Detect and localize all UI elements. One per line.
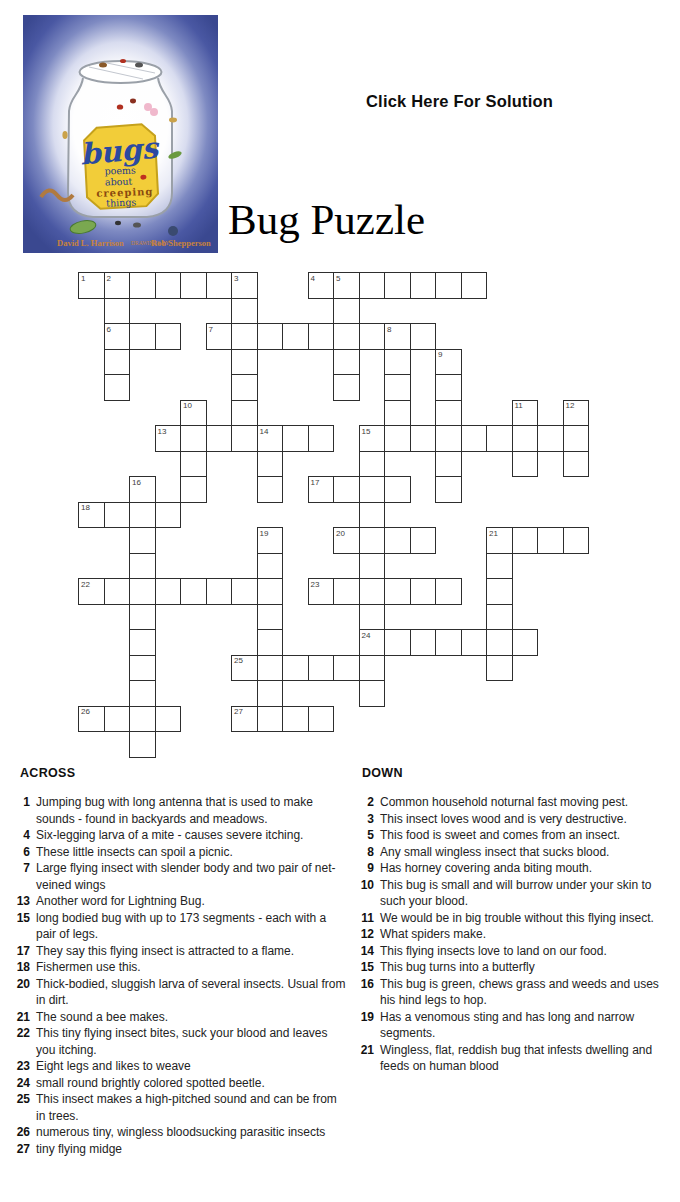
grid-cell-r17c6: 27 <box>231 706 258 733</box>
grid-cell-r10c7: 19 <box>257 527 284 554</box>
grid-cell-r6c12 <box>384 425 411 452</box>
clue-text: This flying insects love to land on our … <box>380 943 672 960</box>
grid-cell-r17c3 <box>155 706 182 733</box>
cover-illustrator: Rob Shepperson <box>151 238 211 248</box>
grid-cell-r17c0: 26 <box>78 706 105 733</box>
grid-cell-r3c12 <box>384 349 411 376</box>
clue-number-11: 11 <box>515 401 523 410</box>
grid-cell-r6c14 <box>435 425 462 452</box>
down-clue-5: 5This food is sweet and comes from an in… <box>354 827 672 844</box>
grid-cell-r12c13 <box>410 578 437 605</box>
grid-cell-r10c12 <box>384 527 411 554</box>
grid-cell-r5c12 <box>384 400 411 427</box>
clue-number-23: 23 <box>311 580 320 589</box>
clue-number-15: 15 <box>362 427 371 436</box>
down-clue-15: 15This bug turns into a butterfly <box>354 959 672 976</box>
grid-cell-r0c1: 2 <box>104 272 131 299</box>
across-clue-20: 20Thick-bodied, sluggish larva of severa… <box>12 976 346 1009</box>
grid-cell-r5c4: 10 <box>180 400 207 427</box>
clue-text: This insect makes a high-pitched sound a… <box>36 1091 346 1124</box>
across-clue-25: 25This insect makes a high-pitched sound… <box>12 1091 346 1124</box>
clue-num: 15 <box>12 910 30 943</box>
clue-number-19: 19 <box>260 529 269 538</box>
grid-cell-r4c1 <box>104 374 131 401</box>
grid-cell-r0c10: 5 <box>333 272 360 299</box>
grid-cell-r6c13 <box>410 425 437 452</box>
grid-cell-r13c7 <box>257 604 284 631</box>
grid-cell-r9c2 <box>129 502 156 529</box>
across-clue-21: 21The sound a bee makes. <box>12 1009 346 1026</box>
grid-cell-r12c5 <box>206 578 233 605</box>
grid-cell-r0c12 <box>384 272 411 299</box>
down-clue-16: 16This bug is green, chews grass and wee… <box>354 976 672 1009</box>
grid-cell-r9c3 <box>155 502 182 529</box>
grid-cell-r2c8 <box>282 323 309 350</box>
clue-number-21: 21 <box>489 529 498 538</box>
across-clue-6: 6These little insects can spoil a picnic… <box>12 844 346 861</box>
grid-cell-r14c12 <box>384 629 411 656</box>
grid-cell-r10c18 <box>537 527 564 554</box>
across-clue-13: 13Another word for Lightning Bug. <box>12 893 346 910</box>
clue-text: Eight legs and likes to weave <box>36 1058 346 1075</box>
grid-cell-r7c19 <box>563 451 590 478</box>
grid-cell-r2c10 <box>333 323 360 350</box>
clue-num: 10 <box>354 877 374 910</box>
grid-cell-r17c2 <box>129 706 156 733</box>
clue-num: 5 <box>354 827 374 844</box>
clue-num: 22 <box>12 1025 30 1058</box>
grid-cell-r3c10 <box>333 349 360 376</box>
grid-cell-r8c4 <box>180 476 207 503</box>
grid-cell-r7c7 <box>257 451 284 478</box>
clue-num: 18 <box>12 959 30 976</box>
grid-cell-r8c12 <box>384 476 411 503</box>
grid-cell-r12c1 <box>104 578 131 605</box>
clue-num: 11 <box>354 910 374 927</box>
clue-text: Wingless, flat, reddish bug that infests… <box>380 1042 672 1075</box>
grid-cell-r4c14 <box>435 374 462 401</box>
down-clue-list: 2Common household noturnal fast moving p… <box>354 794 672 1075</box>
clue-num: 25 <box>12 1091 30 1124</box>
clue-number-12: 12 <box>566 401 575 410</box>
grid-cell-r0c9: 4 <box>308 272 335 299</box>
grid-cell-r2c13 <box>410 323 437 350</box>
grid-cell-r0c11 <box>359 272 386 299</box>
clue-num: 8 <box>354 844 374 861</box>
grid-cell-r4c10 <box>333 374 360 401</box>
down-clue-12: 12What spiders make. <box>354 926 672 943</box>
grid-cell-r2c1: 6 <box>104 323 131 350</box>
grid-cell-r15c8 <box>282 655 309 682</box>
grid-cell-r15c6: 25 <box>231 655 258 682</box>
grid-cell-r15c9 <box>308 655 335 682</box>
clue-num: 7 <box>12 860 30 893</box>
clue-num: 21 <box>12 1009 30 1026</box>
clue-text: This bug is small and will burrow under … <box>380 877 672 910</box>
clue-number-24: 24 <box>362 631 371 640</box>
grid-cell-r16c2 <box>129 680 156 707</box>
grid-cell-r12c14 <box>435 578 462 605</box>
clue-num: 21 <box>354 1042 374 1075</box>
grid-cell-r3c14: 9 <box>435 349 462 376</box>
clue-text: long bodied bug with up to 173 segments … <box>36 910 346 943</box>
clue-text: The sound a bee makes. <box>36 1009 346 1026</box>
clue-text: Any small wingless insect that sucks blo… <box>380 844 672 861</box>
down-clue-10: 10This bug is small and will burrow unde… <box>354 877 672 910</box>
grid-cell-r8c2: 16 <box>129 476 156 503</box>
grid-cell-r12c6 <box>231 578 258 605</box>
down-clue-2: 2Common household noturnal fast moving p… <box>354 794 672 811</box>
grid-cell-r2c6 <box>231 323 258 350</box>
clue-number-25: 25 <box>234 656 243 665</box>
grid-cell-r8c11 <box>359 476 386 503</box>
clue-num: 2 <box>354 794 374 811</box>
grid-cell-r3c6 <box>231 349 258 376</box>
grid-cell-r8c14 <box>435 476 462 503</box>
grid-cell-r2c9 <box>308 323 335 350</box>
grid-cell-r11c7 <box>257 553 284 580</box>
clue-number-7: 7 <box>209 325 213 334</box>
grid-cell-r0c4 <box>180 272 207 299</box>
grid-cell-r0c5 <box>206 272 233 299</box>
clue-num: 20 <box>12 976 30 1009</box>
grid-cell-r10c19 <box>563 527 590 554</box>
clue-number-20: 20 <box>336 529 345 538</box>
across-clue-27: 27tiny flying midge <box>12 1141 346 1158</box>
grid-cell-r17c8 <box>282 706 309 733</box>
grid-cell-r14c7 <box>257 629 284 656</box>
clue-number-22: 22 <box>81 580 90 589</box>
grid-cell-r8c7 <box>257 476 284 503</box>
clue-num: 17 <box>12 943 30 960</box>
grid-cell-r9c0: 18 <box>78 502 105 529</box>
across-header: ACROSS <box>20 766 346 780</box>
clue-num: 14 <box>354 943 374 960</box>
grid-cell-r2c3 <box>155 323 182 350</box>
grid-cell-r2c11 <box>359 323 386 350</box>
clue-number-6: 6 <box>107 325 111 334</box>
clue-text: numerous tiny, wingless bloodsucking par… <box>36 1124 346 1141</box>
clue-number-2: 2 <box>107 274 111 283</box>
grid-cell-r12c12 <box>384 578 411 605</box>
clue-text: Jumping bug with long antenna that is us… <box>36 794 346 827</box>
grid-cell-r0c15 <box>461 272 488 299</box>
across-clue-4: 4Six-legging larva of a mite - causes se… <box>12 827 346 844</box>
grid-cell-r0c13 <box>410 272 437 299</box>
grid-cell-r5c19: 12 <box>563 400 590 427</box>
grid-cell-r6c3: 13 <box>155 425 182 452</box>
grid-cell-r12c11 <box>359 578 386 605</box>
grid-cell-r7c17 <box>512 451 539 478</box>
grid-cell-r6c6 <box>231 425 258 452</box>
clue-number-9: 9 <box>438 350 442 359</box>
page-title: Bug Puzzle <box>228 196 425 243</box>
clue-number-1: 1 <box>81 274 85 283</box>
clue-number-13: 13 <box>158 427 167 436</box>
down-clue-3: 3This insect loves wood and is very dest… <box>354 811 672 828</box>
down-clues-section: DOWN 2Common household noturnal fast mov… <box>354 766 672 1075</box>
grid-cell-r6c11: 15 <box>359 425 386 452</box>
clue-text: Six-legging larva of a mite - causes sev… <box>36 827 346 844</box>
grid-cell-r12c3 <box>155 578 182 605</box>
clue-num: 24 <box>12 1075 30 1092</box>
grid-cell-r2c12: 8 <box>384 323 411 350</box>
clue-text: This insect loves wood and is very destr… <box>380 811 672 828</box>
grid-cell-r14c13 <box>410 629 437 656</box>
grid-cell-r14c17 <box>512 629 539 656</box>
grid-cell-r6c7: 14 <box>257 425 284 452</box>
grid-cell-r7c4 <box>180 451 207 478</box>
grid-cell-r10c13 <box>410 527 437 554</box>
grid-cell-r12c4 <box>180 578 207 605</box>
grid-cell-r12c0: 22 <box>78 578 105 605</box>
grid-cell-r17c9 <box>308 706 335 733</box>
grid-cell-r17c1 <box>104 706 131 733</box>
grid-cell-r17c7 <box>257 706 284 733</box>
cover-author: David L. Harrison <box>57 238 124 248</box>
grid-cell-r12c16 <box>486 578 513 605</box>
grid-cell-r5c6 <box>231 400 258 427</box>
grid-cell-r0c3 <box>155 272 182 299</box>
grid-cell-r6c19 <box>563 425 590 452</box>
grid-cell-r14c16 <box>486 629 513 656</box>
grid-cell-r2c5: 7 <box>206 323 233 350</box>
grid-cell-r0c14 <box>435 272 462 299</box>
grid-cell-r6c17 <box>512 425 539 452</box>
clue-text: small round brightly colored spotted bee… <box>36 1075 346 1092</box>
grid-cell-r3c1 <box>104 349 131 376</box>
across-clue-24: 24small round brightly colored spotted b… <box>12 1075 346 1092</box>
clue-text: They say this flying insect is attracted… <box>36 943 346 960</box>
grid-cell-r10c17 <box>512 527 539 554</box>
across-clue-18: 18Fishermen use this. <box>12 959 346 976</box>
clue-num: 12 <box>354 926 374 943</box>
grid-cell-r14c15 <box>461 629 488 656</box>
across-clue-7: 7Large flying insect with slender body a… <box>12 860 346 893</box>
grid-cell-r12c10 <box>333 578 360 605</box>
crossword-grid: 1234567891011121314151617181920212223242… <box>78 272 589 758</box>
grid-cell-r6c8 <box>282 425 309 452</box>
across-clue-23: 23Eight legs and likes to weave <box>12 1058 346 1075</box>
grid-cell-r6c16 <box>486 425 513 452</box>
grid-cell-r6c4 <box>180 425 207 452</box>
clue-num: 15 <box>354 959 374 976</box>
grid-cell-r6c15 <box>461 425 488 452</box>
down-clue-9: 9Has horney covering anda biting mouth. <box>354 860 672 877</box>
grid-cell-r6c9 <box>308 425 335 452</box>
clue-number-3: 3 <box>234 274 238 283</box>
clue-num: 13 <box>12 893 30 910</box>
clue-num: 6 <box>12 844 30 861</box>
grid-cell-r9c1 <box>104 502 131 529</box>
clue-num: 26 <box>12 1124 30 1141</box>
grid-cell-r15c10 <box>333 655 360 682</box>
grid-cell-r13c11 <box>359 604 386 631</box>
clue-text: These little insects can spoil a picnic. <box>36 844 346 861</box>
clue-num: 19 <box>354 1009 374 1042</box>
across-clue-list: 1Jumping bug with long antenna that is u… <box>12 794 346 1157</box>
clue-number-8: 8 <box>387 325 391 334</box>
clue-number-27: 27 <box>234 707 243 716</box>
clue-text: What spiders make. <box>380 926 672 943</box>
clue-number-5: 5 <box>336 274 340 283</box>
grid-cell-r7c11 <box>359 451 386 478</box>
grid-cell-r1c6 <box>231 298 258 325</box>
cover-subtitle-line4: things <box>106 196 137 208</box>
grid-cell-r15c7 <box>257 655 284 682</box>
grid-cell-r4c6 <box>231 374 258 401</box>
grid-cell-r13c16 <box>486 604 513 631</box>
clue-text: This bug turns into a butterfly <box>380 959 672 976</box>
clue-num: 27 <box>12 1141 30 1158</box>
grid-cell-r0c6: 3 <box>231 272 258 299</box>
clue-text: Large flying insect with slender body an… <box>36 860 346 893</box>
grid-cell-r10c16: 21 <box>486 527 513 554</box>
down-clue-11: 11We would be in big trouble without thi… <box>354 910 672 927</box>
grid-cell-r6c5 <box>206 425 233 452</box>
clue-text: Another word for Lightning Bug. <box>36 893 346 910</box>
clue-number-18: 18 <box>81 503 90 512</box>
grid-cell-r2c2 <box>129 323 156 350</box>
book-cover: bugs poems about creeping things David L… <box>23 15 218 253</box>
grid-cell-r8c9: 17 <box>308 476 335 503</box>
grid-cell-r13c2 <box>129 604 156 631</box>
grid-cell-r15c16 <box>486 655 513 682</box>
grid-cell-r5c17: 11 <box>512 400 539 427</box>
grid-cell-r9c11 <box>359 502 386 529</box>
clue-num: 23 <box>12 1058 30 1075</box>
grid-cell-r0c2 <box>129 272 156 299</box>
clue-number-17: 17 <box>311 478 320 487</box>
grid-cell-r12c9: 23 <box>308 578 335 605</box>
grid-cell-r11c11 <box>359 553 386 580</box>
grid-cell-r1c10 <box>333 298 360 325</box>
solution-link[interactable]: Click Here For Solution <box>366 92 553 111</box>
clue-num: 16 <box>354 976 374 1009</box>
clue-num: 3 <box>354 811 374 828</box>
book-cover-art: bugs poems about creeping things David L… <box>23 15 218 253</box>
grid-cell-r11c16 <box>486 553 513 580</box>
across-clue-26: 26numerous tiny, wingless bloodsucking p… <box>12 1124 346 1141</box>
grid-cell-r6c18 <box>537 425 564 452</box>
grid-cell-r1c1 <box>104 298 131 325</box>
grid-cell-r4c12 <box>384 374 411 401</box>
clue-number-16: 16 <box>132 478 141 487</box>
down-clue-21: 21Wingless, flat, reddish bug that infes… <box>354 1042 672 1075</box>
clue-num: 9 <box>354 860 374 877</box>
across-clues-section: ACROSS 1Jumping bug with long antenna th… <box>12 766 346 1157</box>
clue-text: This tiny flying insect bites, suck your… <box>36 1025 346 1058</box>
clue-text: Has horney covering anda biting mouth. <box>380 860 672 877</box>
grid-cell-r15c2 <box>129 655 156 682</box>
down-header: DOWN <box>362 766 672 780</box>
grid-cell-r7c14 <box>435 451 462 478</box>
clue-text: We would be in big trouble without this … <box>380 910 672 927</box>
clue-number-14: 14 <box>260 427 269 436</box>
clue-number-4: 4 <box>311 274 315 283</box>
grid-cell-r16c7 <box>257 680 284 707</box>
grid-cell-r0c0: 1 <box>78 272 105 299</box>
grid-cell-r12c2 <box>129 578 156 605</box>
clue-text: Has a venomous sting and has long and na… <box>380 1009 672 1042</box>
grid-cell-r10c2 <box>129 527 156 554</box>
grid-cell-r14c14 <box>435 629 462 656</box>
clue-text: Thick-bodied, sluggish larva of several … <box>36 976 346 1009</box>
grid-cell-r10c10: 20 <box>333 527 360 554</box>
across-clue-22: 22This tiny flying insect bites, suck yo… <box>12 1025 346 1058</box>
grid-cell-r18c2 <box>129 731 156 758</box>
grid-cell-r5c14 <box>435 400 462 427</box>
clue-text: Common household noturnal fast moving pe… <box>380 794 672 811</box>
clue-number-10: 10 <box>183 401 192 410</box>
clue-num: 1 <box>12 794 30 827</box>
grid-cell-r16c11 <box>359 680 386 707</box>
grid-cell-r15c11 <box>359 655 386 682</box>
grid-cell-r2c7 <box>257 323 284 350</box>
down-clue-19: 19Has a venomous sting and has long and … <box>354 1009 672 1042</box>
clue-num: 4 <box>12 827 30 844</box>
across-clue-15: 15long bodied bug with up to 173 segment… <box>12 910 346 943</box>
clue-text: This food is sweet and comes from an ins… <box>380 827 672 844</box>
grid-cell-r11c2 <box>129 553 156 580</box>
grid-cell-r14c2 <box>129 629 156 656</box>
clue-text: Fishermen use this. <box>36 959 346 976</box>
down-clue-8: 8Any small wingless insect that sucks bl… <box>354 844 672 861</box>
grid-cell-r14c11: 24 <box>359 629 386 656</box>
grid-cell-r8c10 <box>333 476 360 503</box>
clue-text: tiny flying midge <box>36 1141 346 1158</box>
clue-number-26: 26 <box>81 707 90 716</box>
grid-cell-r12c7 <box>257 578 284 605</box>
across-clue-17: 17They say this flying insect is attract… <box>12 943 346 960</box>
grid-cell-r10c11 <box>359 527 386 554</box>
down-clue-14: 14This flying insects love to land on ou… <box>354 943 672 960</box>
clue-text: This bug is green, chews grass and weeds… <box>380 976 672 1009</box>
across-clue-1: 1Jumping bug with long antenna that is u… <box>12 794 346 827</box>
